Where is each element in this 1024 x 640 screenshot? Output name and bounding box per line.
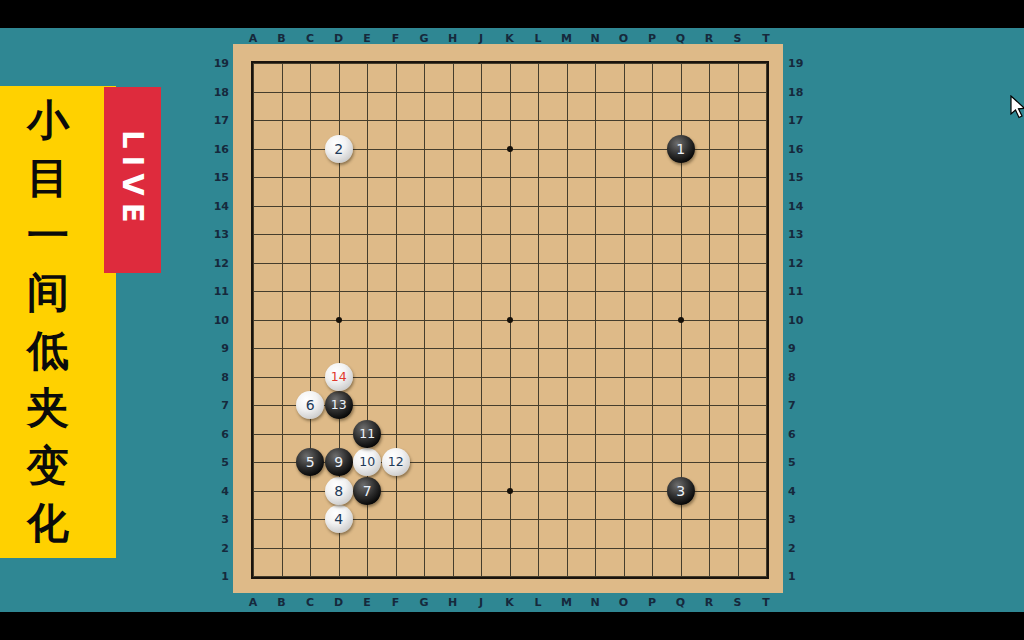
banner-char: 一 <box>27 215 69 257</box>
stone-white-2[interactable]: 2 <box>325 135 353 163</box>
coord-label-row-right: 2 <box>788 541 814 556</box>
coord-label-col-bottom: T <box>752 595 780 610</box>
coord-label-row-right: 15 <box>788 170 814 185</box>
coord-label-row-left: 10 <box>203 313 229 328</box>
stone-number: 12 <box>388 456 404 469</box>
letterbox-bar-top <box>0 0 1024 28</box>
coord-label-col-top: E <box>353 31 381 46</box>
coord-label-col-top: M <box>553 31 581 46</box>
banner-char: 化 <box>27 502 69 544</box>
coord-label-col-bottom: F <box>382 595 410 610</box>
coord-label-row-right: 17 <box>788 113 814 128</box>
coord-label-col-bottom: O <box>610 595 638 610</box>
stone-number: 4 <box>334 512 343 526</box>
coord-label-col-top: P <box>638 31 666 46</box>
coord-label-col-bottom: J <box>467 595 495 610</box>
stone-black-9[interactable]: 9 <box>325 448 353 476</box>
stone-number: 8 <box>334 484 343 498</box>
coord-label-row-right: 14 <box>788 199 814 214</box>
coord-label-col-bottom: Q <box>667 595 695 610</box>
coord-label-row-right: 10 <box>788 313 814 328</box>
coord-label-col-top: F <box>382 31 410 46</box>
coord-label-row-left: 18 <box>203 85 229 100</box>
stone-black-5[interactable]: 5 <box>296 448 324 476</box>
mouse-cursor-icon <box>1010 95 1024 119</box>
coord-label-row-left: 19 <box>203 56 229 71</box>
stone-number: 5 <box>306 455 315 469</box>
stone-white-6[interactable]: 6 <box>296 391 324 419</box>
coord-label-col-bottom: C <box>296 595 324 610</box>
stones-grid: 1234567891011121314 <box>239 49 781 591</box>
coord-label-col-top: G <box>410 31 438 46</box>
stone-number: 3 <box>676 484 685 498</box>
coord-label-row-right: 9 <box>788 341 814 356</box>
coord-label-col-bottom: B <box>268 595 296 610</box>
banner-char: 小 <box>27 100 69 142</box>
banner-char: 低 <box>27 330 69 372</box>
stone-white-12[interactable]: 12 <box>382 448 410 476</box>
coord-label-col-bottom: L <box>524 595 552 610</box>
coord-label-col-top: D <box>325 31 353 46</box>
coord-label-row-left: 3 <box>203 512 229 527</box>
stone-number: 11 <box>359 428 375 441</box>
coord-label-row-right: 7 <box>788 398 814 413</box>
coord-label-col-top: A <box>239 31 267 46</box>
title-banner: 小目一间低夹变化 <box>0 86 116 558</box>
coord-label-col-top: Q <box>667 31 695 46</box>
coord-label-row-left: 4 <box>203 484 229 499</box>
coord-label-col-top: B <box>268 31 296 46</box>
coord-label-col-top: S <box>724 31 752 46</box>
stone-number: 10 <box>359 456 375 469</box>
coord-label-col-top: H <box>439 31 467 46</box>
coord-label-col-bottom: K <box>496 595 524 610</box>
coord-label-row-left: 16 <box>203 142 229 157</box>
coord-label-col-bottom: D <box>325 595 353 610</box>
coord-label-row-left: 8 <box>203 370 229 385</box>
coord-label-col-bottom: R <box>695 595 723 610</box>
coord-label-row-right: 18 <box>788 85 814 100</box>
coord-label-row-left: 11 <box>203 284 229 299</box>
stone-white-8[interactable]: 8 <box>325 477 353 505</box>
stone-black-3[interactable]: 3 <box>667 477 695 505</box>
coord-label-col-bottom: S <box>724 595 752 610</box>
stone-white-10[interactable]: 10 <box>353 448 381 476</box>
stone-number: 6 <box>306 398 315 412</box>
coord-label-row-right: 1 <box>788 569 814 584</box>
stone-number: 14 <box>331 371 347 384</box>
banner-char: 目 <box>27 157 69 199</box>
banner-char: 夹 <box>27 387 69 429</box>
coord-label-row-left: 2 <box>203 541 229 556</box>
coord-label-col-bottom: H <box>439 595 467 610</box>
coord-label-row-left: 17 <box>203 113 229 128</box>
letterbox-bar-bottom <box>0 612 1024 640</box>
coord-label-row-left: 13 <box>203 227 229 242</box>
coord-label-row-right: 13 <box>788 227 814 242</box>
stone-number: 2 <box>334 142 343 156</box>
coord-label-row-right: 11 <box>788 284 814 299</box>
coord-label-col-bottom: E <box>353 595 381 610</box>
stone-white-14[interactable]: 14 <box>325 363 353 391</box>
coord-label-row-right: 3 <box>788 512 814 527</box>
stone-number: 13 <box>331 399 347 412</box>
coord-label-row-right: 8 <box>788 370 814 385</box>
stone-white-4[interactable]: 4 <box>325 505 353 533</box>
live-badge: LIVE <box>104 87 161 273</box>
coord-label-col-top: C <box>296 31 324 46</box>
coord-label-row-right: 6 <box>788 427 814 442</box>
coord-label-col-top: L <box>524 31 552 46</box>
stone-black-13[interactable]: 13 <box>325 391 353 419</box>
coord-label-col-bottom: A <box>239 595 267 610</box>
coord-label-row-right: 4 <box>788 484 814 499</box>
stone-black-11[interactable]: 11 <box>353 420 381 448</box>
coord-label-col-top: O <box>610 31 638 46</box>
screen: { "game": "go", "scene": "live-go-lectur… <box>0 0 1024 640</box>
stone-black-7[interactable]: 7 <box>353 477 381 505</box>
coord-label-row-right: 16 <box>788 142 814 157</box>
stone-number: 1 <box>676 142 685 156</box>
coord-label-col-top: R <box>695 31 723 46</box>
coord-label-row-left: 1 <box>203 569 229 584</box>
banner-char: 间 <box>27 272 69 314</box>
coord-label-col-top: K <box>496 31 524 46</box>
coord-label-col-bottom: M <box>553 595 581 610</box>
coord-label-row-left: 12 <box>203 256 229 271</box>
stone-black-1[interactable]: 1 <box>667 135 695 163</box>
go-board[interactable]: 1234567891011121314 <box>233 44 783 593</box>
coord-label-row-left: 5 <box>203 455 229 470</box>
coord-label-col-bottom: N <box>581 595 609 610</box>
coord-label-row-right: 19 <box>788 56 814 71</box>
coord-label-row-right: 12 <box>788 256 814 271</box>
coord-label-row-left: 15 <box>203 170 229 185</box>
coord-label-row-right: 5 <box>788 455 814 470</box>
coord-label-col-top: T <box>752 31 780 46</box>
banner-char: 变 <box>27 445 69 487</box>
coord-label-row-left: 7 <box>203 398 229 413</box>
coord-label-row-left: 14 <box>203 199 229 214</box>
stone-number: 9 <box>334 455 343 469</box>
coord-label-row-left: 9 <box>203 341 229 356</box>
coord-label-row-left: 6 <box>203 427 229 442</box>
coord-label-col-bottom: P <box>638 595 666 610</box>
coord-label-col-bottom: G <box>410 595 438 610</box>
coord-label-col-top: N <box>581 31 609 46</box>
live-badge-label: LIVE <box>118 130 147 230</box>
coord-label-col-top: J <box>467 31 495 46</box>
stone-number: 7 <box>363 484 372 498</box>
